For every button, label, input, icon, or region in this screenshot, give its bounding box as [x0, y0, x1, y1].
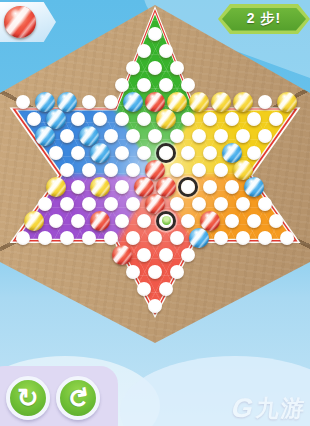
steps-badge-label: 2 步!: [247, 10, 281, 28]
restart-icon: ↻: [17, 385, 39, 411]
hole: [203, 146, 217, 160]
cell-r13-c8[interactable]: [166, 229, 188, 246]
cell-r8-c1[interactable]: [45, 144, 67, 161]
cell-r5-c13[interactable]: [276, 93, 298, 110]
hole: [181, 214, 195, 228]
hole: [148, 265, 162, 279]
cell-r15-c2[interactable]: [144, 263, 166, 280]
hole: [181, 248, 195, 262]
watermark-9game: G 九游: [232, 393, 306, 424]
cell-r14-c4[interactable]: [177, 246, 199, 263]
cell-r12-c8[interactable]: [177, 212, 199, 229]
cell-r6-c5[interactable]: [111, 110, 133, 127]
hole: [214, 129, 228, 143]
cell-r7-c7[interactable]: [166, 127, 188, 144]
cell-r7-c10[interactable]: [232, 127, 254, 144]
blue-marble[interactable]: [189, 228, 209, 248]
cell-r4-c4[interactable]: [177, 76, 199, 93]
cell-r10-c7[interactable]: [177, 178, 199, 195]
hole: [137, 214, 151, 228]
cell-r8-c3[interactable]: [89, 144, 111, 161]
cell-r3-c2[interactable]: [144, 59, 166, 76]
cell-r11-c3[interactable]: [78, 195, 100, 212]
hole: [71, 146, 85, 160]
cell-r5-c8[interactable]: [166, 93, 188, 110]
hole: [203, 112, 217, 126]
cell-r13-c12[interactable]: [254, 229, 276, 246]
cell-r13-c9[interactable]: [188, 229, 210, 246]
cell-r7-c1[interactable]: [34, 127, 56, 144]
blue-marble[interactable]: [123, 92, 143, 112]
cell-r6-c4[interactable]: [89, 110, 111, 127]
cell-r15-c1[interactable]: [122, 263, 144, 280]
hole: [126, 231, 140, 245]
hole: [93, 112, 107, 126]
red-marble[interactable]: [145, 194, 165, 214]
cell-r6-c7[interactable]: [155, 110, 177, 127]
hole: [258, 197, 272, 211]
cell-r14-c2[interactable]: [133, 246, 155, 263]
hole: [203, 180, 217, 194]
cell-r6-c10[interactable]: [221, 110, 243, 127]
hole: [49, 214, 63, 228]
cell-r12-c4[interactable]: [89, 212, 111, 229]
hole: [60, 129, 74, 143]
cell-r8-c5[interactable]: [133, 144, 155, 161]
cell-r16-c1[interactable]: [133, 280, 155, 297]
board-row-7: [5, 127, 305, 144]
cell-r8-c2[interactable]: [67, 144, 89, 161]
yellow-marble[interactable]: [156, 109, 176, 129]
cell-r9-c2[interactable]: [78, 161, 100, 178]
hole: [159, 282, 173, 296]
hole: [159, 44, 173, 58]
cell-r13-c7[interactable]: [144, 229, 166, 246]
cell-r11-c7[interactable]: [166, 195, 188, 212]
hole: [258, 129, 272, 143]
board-row-11: [5, 195, 305, 212]
board-row-16: [5, 280, 305, 297]
cell-r12-c6[interactable]: [133, 212, 155, 229]
cell-r5-c6[interactable]: [122, 93, 144, 110]
hole: [247, 112, 261, 126]
cell-r6-c1[interactable]: [23, 110, 45, 127]
cell-r12-c11[interactable]: [243, 212, 265, 229]
hole: [148, 231, 162, 245]
hole: [247, 214, 261, 228]
yellow-marble[interactable]: [233, 92, 253, 112]
cell-r7-c5[interactable]: [122, 127, 144, 144]
red-marble[interactable]: [200, 211, 220, 231]
hole: [126, 197, 140, 211]
cell-r9-c5[interactable]: [144, 161, 166, 178]
board-row-2: [5, 42, 305, 59]
board-row-3: [5, 59, 305, 76]
hole: [148, 299, 162, 313]
cell-r7-c4[interactable]: [100, 127, 122, 144]
hole: [170, 197, 184, 211]
cell-r12-c10[interactable]: [221, 212, 243, 229]
hole: [170, 231, 184, 245]
cell-r11-c5[interactable]: [122, 195, 144, 212]
cell-r9-c4[interactable]: [122, 161, 144, 178]
cell-r8-c7[interactable]: [177, 144, 199, 161]
hole: [192, 163, 206, 177]
board-row-13: [5, 229, 305, 246]
hole: [27, 112, 41, 126]
cell-r4-c1[interactable]: [111, 76, 133, 93]
steps-badge-inner: 2 步!: [222, 8, 306, 31]
cell-r7-c8[interactable]: [188, 127, 210, 144]
hole: [71, 214, 85, 228]
cell-r5-c1[interactable]: [12, 93, 34, 110]
blue-marble[interactable]: [57, 92, 77, 112]
board-row-4: [5, 76, 305, 93]
steps-badge: 2 步!: [218, 4, 310, 34]
cell-r8-c10[interactable]: [243, 144, 265, 161]
cell-r5-c5[interactable]: [100, 93, 122, 110]
cell-r3-c3[interactable]: [166, 59, 188, 76]
cell-r2-c1[interactable]: [133, 42, 155, 59]
watermark-logo-icon: G: [228, 393, 257, 424]
hole: [38, 197, 52, 211]
cell-r7-c2[interactable]: [56, 127, 78, 144]
cell-r5-c7[interactable]: [144, 93, 166, 110]
hole: [137, 44, 151, 58]
cell-r11-c10[interactable]: [232, 195, 254, 212]
hole: [225, 112, 239, 126]
cell-r13-c5[interactable]: [100, 229, 122, 246]
hole: [49, 146, 63, 160]
cell-r10-c8[interactable]: [199, 178, 221, 195]
cell-r6-c3[interactable]: [67, 110, 89, 127]
hole: [148, 129, 162, 143]
cell-r11-c11[interactable]: [254, 195, 276, 212]
hole: [71, 112, 85, 126]
hole: [126, 163, 140, 177]
hole: [82, 95, 96, 109]
hole: [104, 163, 118, 177]
cell-r16-c2[interactable]: [155, 280, 177, 297]
hole: [115, 180, 129, 194]
hole: [181, 78, 195, 92]
red-marble[interactable]: [156, 177, 176, 197]
hole: [181, 112, 195, 126]
hole: [60, 163, 74, 177]
cell-r9-c8[interactable]: [210, 161, 232, 178]
cell-r13-c4[interactable]: [78, 229, 100, 246]
cell-r3-c1[interactable]: [122, 59, 144, 76]
cell-r9-c7[interactable]: [188, 161, 210, 178]
hole: [82, 231, 96, 245]
hole: [137, 282, 151, 296]
hole: [181, 146, 195, 160]
hole: [115, 146, 129, 160]
black-ring-hole: [159, 146, 173, 160]
cell-r10-c2[interactable]: [67, 178, 89, 195]
cell-r6-c12[interactable]: [265, 110, 287, 127]
blue-marble[interactable]: [90, 143, 110, 163]
cell-r5-c12[interactable]: [254, 93, 276, 110]
cell-r7-c9[interactable]: [210, 127, 232, 144]
cell-r14-c3[interactable]: [155, 246, 177, 263]
cell-r7-c6[interactable]: [144, 127, 166, 144]
yellow-marble[interactable]: [90, 177, 110, 197]
cell-r9-c1[interactable]: [56, 161, 78, 178]
board-row-6: [5, 110, 305, 127]
cell-r14-c1[interactable]: [111, 246, 133, 263]
cell-r10-c5[interactable]: [133, 178, 155, 195]
hole: [236, 197, 250, 211]
cell-r10-c6[interactable]: [155, 178, 177, 195]
cell-r10-c4[interactable]: [111, 178, 133, 195]
hole: [258, 95, 272, 109]
hole: [82, 197, 96, 211]
hole: [192, 197, 206, 211]
board-row-10: [5, 178, 305, 195]
hole: [126, 61, 140, 75]
hole: [236, 231, 250, 245]
cell-r5-c9[interactable]: [188, 93, 210, 110]
watermark-text: 九游: [254, 393, 307, 424]
cell-r6-c6[interactable]: [133, 110, 155, 127]
cell-r12-c3[interactable]: [67, 212, 89, 229]
hole: [60, 197, 74, 211]
hole: [170, 163, 184, 177]
cell-r12-c1[interactable]: [23, 212, 45, 229]
board-row-5: [5, 93, 305, 110]
cell-r2-c2[interactable]: [155, 42, 177, 59]
cell-r9-c9[interactable]: [232, 161, 254, 178]
red-marble[interactable]: [112, 245, 132, 265]
green-destination-hole: [159, 214, 173, 228]
hole: [148, 61, 162, 75]
cell-r13-c2[interactable]: [34, 229, 56, 246]
board-rows: [5, 25, 305, 314]
cell-r11-c1[interactable]: [34, 195, 56, 212]
yellow-marble[interactable]: [211, 92, 231, 112]
cell-r10-c9[interactable]: [221, 178, 243, 195]
blue-marble[interactable]: [46, 109, 66, 129]
hole: [137, 248, 151, 262]
cell-r5-c4[interactable]: [78, 93, 100, 110]
hole: [192, 129, 206, 143]
cell-r8-c8[interactable]: [199, 144, 221, 161]
cell-r8-c6[interactable]: [155, 144, 177, 161]
cell-r4-c3[interactable]: [155, 76, 177, 93]
cell-r13-c3[interactable]: [56, 229, 78, 246]
cell-r7-c3[interactable]: [78, 127, 100, 144]
cell-r6-c8[interactable]: [177, 110, 199, 127]
hole: [104, 95, 118, 109]
hole: [115, 112, 129, 126]
hole: [159, 248, 173, 262]
cell-r15-c3[interactable]: [166, 263, 188, 280]
hole: [60, 231, 74, 245]
cell-r10-c10[interactable]: [243, 178, 265, 195]
hole: [269, 112, 283, 126]
hole: [115, 214, 129, 228]
cell-r11-c4[interactable]: [100, 195, 122, 212]
cell-r7-c11[interactable]: [254, 127, 276, 144]
yellow-marble[interactable]: [189, 92, 209, 112]
cell-r1-c1[interactable]: [144, 25, 166, 42]
blue-marble[interactable]: [244, 177, 264, 197]
restart-button[interactable]: ↻: [6, 376, 50, 420]
yellow-marble[interactable]: [167, 92, 187, 112]
board-row-15: [5, 263, 305, 280]
cell-r11-c6[interactable]: [144, 195, 166, 212]
hole: [126, 265, 140, 279]
hole: [104, 197, 118, 211]
black-ring-hole: [181, 180, 195, 194]
undo-icon: ↻: [63, 385, 92, 411]
cell-r6-c2[interactable]: [45, 110, 67, 127]
cell-r10-c3[interactable]: [89, 178, 111, 195]
cell-r5-c3[interactable]: [56, 93, 78, 110]
cell-r9-c3[interactable]: [100, 161, 122, 178]
hole: [82, 163, 96, 177]
hole: [38, 231, 52, 245]
board-row-8: [5, 144, 305, 161]
hole: [225, 214, 239, 228]
yellow-marble[interactable]: [24, 211, 44, 231]
cell-r13-c10[interactable]: [210, 229, 232, 246]
cell-r8-c9[interactable]: [221, 144, 243, 161]
yellow-marble[interactable]: [46, 177, 66, 197]
yellow-marble[interactable]: [277, 92, 297, 112]
hole: [214, 163, 228, 177]
hole: [71, 180, 85, 194]
cell-r13-c6[interactable]: [122, 229, 144, 246]
hole: [258, 231, 272, 245]
cell-r12-c2[interactable]: [45, 212, 67, 229]
cell-r10-c1[interactable]: [45, 178, 67, 195]
hole: [104, 129, 118, 143]
cell-r11-c2[interactable]: [56, 195, 78, 212]
cell-r12-c7[interactable]: [155, 212, 177, 229]
cell-r6-c11[interactable]: [243, 110, 265, 127]
cell-r5-c10[interactable]: [210, 93, 232, 110]
hole: [16, 95, 30, 109]
hole: [170, 265, 184, 279]
hole: [247, 146, 261, 160]
hole: [137, 112, 151, 126]
cell-r6-c9[interactable]: [199, 110, 221, 127]
board-row-9: [5, 161, 305, 178]
board-row-17: [5, 297, 305, 314]
hole: [225, 180, 239, 194]
cell-r17-c1[interactable]: [144, 297, 166, 314]
game-screen: 2 步! ↻ ↻ G 九游: [0, 0, 310, 426]
cell-r11-c9[interactable]: [210, 195, 232, 212]
cell-r4-c2[interactable]: [133, 76, 155, 93]
red-marble[interactable]: [90, 211, 110, 231]
hole: [269, 214, 283, 228]
cell-r12-c9[interactable]: [199, 212, 221, 229]
hole: [137, 78, 151, 92]
hole: [16, 231, 30, 245]
cell-r12-c5[interactable]: [111, 212, 133, 229]
hole: [126, 129, 140, 143]
board-row-12: [5, 212, 305, 229]
board-row-14: [5, 246, 305, 263]
hole: [170, 61, 184, 75]
hole: [236, 129, 250, 143]
undo-button[interactable]: ↻: [56, 376, 100, 420]
cell-r5-c11[interactable]: [232, 93, 254, 110]
cell-r5-c2[interactable]: [34, 93, 56, 110]
hole: [115, 78, 129, 92]
hole: [104, 231, 118, 245]
cell-r13-c1[interactable]: [12, 229, 34, 246]
hole: [214, 231, 228, 245]
hole: [148, 27, 162, 41]
cell-r13-c13[interactable]: [276, 229, 298, 246]
hole: [214, 197, 228, 211]
cell-r9-c6[interactable]: [166, 161, 188, 178]
cell-r8-c4[interactable]: [111, 144, 133, 161]
hole: [137, 146, 151, 160]
current-player-red-marble-icon: [4, 6, 36, 38]
cell-r13-c11[interactable]: [232, 229, 254, 246]
cell-r12-c12[interactable]: [265, 212, 287, 229]
hole: [280, 231, 294, 245]
blue-marble[interactable]: [35, 126, 55, 146]
hole: [170, 129, 184, 143]
hole: [159, 78, 173, 92]
cell-r11-c8[interactable]: [188, 195, 210, 212]
